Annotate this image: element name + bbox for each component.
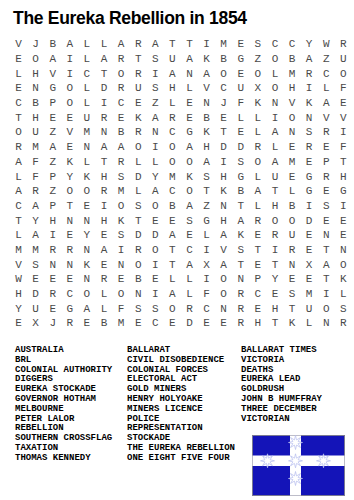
grid-cell-r2c18: A (301, 52, 318, 67)
grid-cell-r10c1: L (10, 169, 27, 184)
grid-cell-r8c15: R (249, 140, 266, 155)
grid-cell-r16c7: N (113, 257, 130, 272)
grid-cell-r12c7: O (113, 199, 130, 214)
eureka-flag (252, 435, 345, 496)
grid-cell-r5c3: P (44, 96, 61, 111)
grid-cell-r8c12: H (198, 140, 215, 155)
grid-cell-r14c11: E (181, 228, 198, 243)
grid-cell-r11c2: R (27, 184, 44, 199)
grid-cell-r1c17: C (284, 37, 301, 52)
grid-cell-r16c13: A (215, 257, 232, 272)
grid-cell-r19c20: S (335, 301, 352, 316)
grid-cell-r19c17: T (284, 301, 301, 316)
grid-cell-r18c6: L (95, 287, 112, 302)
grid-cell-r14c19: N (318, 228, 335, 243)
grid-cell-r12c18: I (301, 199, 318, 214)
grid-cell-r8c3: A (44, 140, 61, 155)
grid-cell-r3c11: N (181, 66, 198, 81)
grid-cell-r5c14: F (232, 96, 249, 111)
grid-cell-r20c11: D (181, 316, 198, 331)
grid-cell-r11c18: G (301, 184, 318, 199)
grid-cell-r16c14: T (232, 257, 249, 272)
grid-cell-r9c16: A (266, 155, 283, 170)
grid-cell-r20c19: N (318, 316, 335, 331)
grid-cell-r17c1: W (10, 272, 27, 287)
grid-cell-r5c7: C (113, 96, 130, 111)
grid-cell-r12c20: I (335, 199, 352, 214)
grid-cell-r18c11: L (181, 287, 198, 302)
grid-cell-r9c20: T (335, 155, 352, 170)
grid-cell-r7c1: O (10, 125, 27, 140)
grid-cell-r15c11: C (181, 243, 198, 258)
grid-cell-r4c10: H (164, 81, 181, 96)
grid-cell-r20c10: E (164, 316, 181, 331)
grid-cell-r16c2: S (27, 257, 44, 272)
grid-cell-r4c13: C (215, 81, 232, 96)
word-list-column-3: BALLARAT TIMESVICTORIADEATHSEUREKA LEADG… (241, 346, 322, 424)
grid-cell-r5c8: E (130, 96, 147, 111)
grid-cell-r17c5: N (78, 272, 95, 287)
grid-cell-r13c4: N (61, 213, 78, 228)
grid-cell-r11c20: G (335, 184, 352, 199)
grid-cell-r11c13: K (215, 184, 232, 199)
grid-cell-r6c8: K (130, 110, 147, 125)
grid-cell-r10c17: E (284, 169, 301, 184)
grid-cell-r3c14: E (232, 66, 249, 81)
grid-cell-r14c16: R (266, 228, 283, 243)
grid-cell-r8c4: E (61, 140, 78, 155)
grid-cell-r10c2: F (27, 169, 44, 184)
grid-cell-r8c6: A (95, 140, 112, 155)
grid-cell-r19c18: U (301, 301, 318, 316)
grid-cell-r17c3: E (44, 272, 61, 287)
grid-cell-r4c11: L (181, 81, 198, 96)
grid-cell-r1c10: T (164, 37, 181, 52)
grid-cell-r17c2: E (27, 272, 44, 287)
grid-cell-r6c19: V (318, 110, 335, 125)
grid-cell-r7c2: U (27, 125, 44, 140)
grid-cell-r7c7: B (113, 125, 130, 140)
grid-cell-r3c13: O (215, 66, 232, 81)
grid-cell-r2c8: T (130, 52, 147, 67)
grid-cell-r1c18: Y (301, 37, 318, 52)
grid-cell-r6c6: R (95, 110, 112, 125)
grid-cell-r11c1: A (10, 184, 27, 199)
grid-cell-r16c17: N (284, 257, 301, 272)
grid-cell-r14c6: E (95, 228, 112, 243)
grid-cell-r13c3: H (44, 213, 61, 228)
grid-cell-r4c15: X (249, 81, 266, 96)
grid-cell-r3c10: A (164, 66, 181, 81)
grid-cell-r1c8: R (130, 37, 147, 52)
grid-cell-r9c6: T (95, 155, 112, 170)
grid-cell-r12c10: B (164, 199, 181, 214)
grid-cell-r11c14: B (232, 184, 249, 199)
wordsearch-grid: VJBALLARATTIMESCCYWREOAILARTSUAKBGZOBAZU… (10, 37, 352, 331)
grid-cell-r2c6: A (95, 52, 112, 67)
grid-cell-r11c6: R (95, 184, 112, 199)
grid-cell-r17c11: L (181, 272, 198, 287)
grid-cell-r20c4: R (61, 316, 78, 331)
grid-cell-r1c20: R (335, 37, 352, 52)
page-title: The Eureka Rebellion in 1854 (13, 8, 247, 29)
grid-cell-r10c20: H (335, 169, 352, 184)
grid-cell-r2c7: R (113, 52, 130, 67)
grid-cell-r7c14: E (232, 125, 249, 140)
grid-cell-r16c12: X (198, 257, 215, 272)
grid-cell-r20c18: L (301, 316, 318, 331)
grid-cell-r11c10: C (164, 184, 181, 199)
grid-cell-r15c6: A (95, 243, 112, 258)
grid-cell-r3c1: L (10, 66, 27, 81)
grid-cell-r19c12: C (198, 301, 215, 316)
grid-cell-r12c4: T (61, 199, 78, 214)
grid-cell-r19c4: G (61, 301, 78, 316)
grid-cell-r9c8: L (130, 155, 147, 170)
grid-cell-r17c18: E (301, 272, 318, 287)
grid-cell-r19c13: N (215, 301, 232, 316)
grid-cell-r2c13: B (215, 52, 232, 67)
grid-cell-r9c5: L (78, 155, 95, 170)
grid-cell-r20c7: M (113, 316, 130, 331)
grid-cell-r12c12: Z (198, 199, 215, 214)
grid-cell-r5c19: A (318, 96, 335, 111)
grid-cell-r11c19: E (318, 184, 335, 199)
grid-cell-r11c11: O (181, 184, 198, 199)
grid-cell-r4c5: L (78, 81, 95, 96)
grid-cell-r20c16: T (266, 316, 283, 331)
grid-cell-r10c11: K (181, 169, 198, 184)
grid-cell-r3c15: O (249, 66, 266, 81)
grid-cell-r5c10: L (164, 96, 181, 111)
grid-cell-r12c16: H (266, 199, 283, 214)
grid-cell-r18c12: F (198, 287, 215, 302)
grid-cell-r12c2: A (27, 199, 44, 214)
grid-cell-r6c17: O (284, 110, 301, 125)
grid-cell-r10c9: Y (147, 169, 164, 184)
grid-cell-r15c7: I (113, 243, 130, 258)
grid-cell-r20c3: J (44, 316, 61, 331)
grid-cell-r3c17: M (284, 66, 301, 81)
grid-cell-r8c19: E (318, 140, 335, 155)
grid-cell-r6c1: T (10, 110, 27, 125)
grid-cell-r17c4: E (61, 272, 78, 287)
grid-cell-r13c9: E (147, 213, 164, 228)
grid-cell-r7c11: G (181, 125, 198, 140)
grid-cell-r16c16: T (266, 257, 283, 272)
grid-cell-r19c1: Y (10, 301, 27, 316)
grid-cell-r16c15: E (249, 257, 266, 272)
grid-cell-r11c17: L (284, 184, 301, 199)
grid-cell-r18c5: O (78, 287, 95, 302)
grid-cell-r5c1: C (10, 96, 27, 111)
grid-cell-r9c12: A (198, 155, 215, 170)
grid-cell-r7c8: R (130, 125, 147, 140)
grid-cell-r3c2: H (27, 66, 44, 81)
grid-cell-r12c6: I (95, 199, 112, 214)
grid-cell-r17c13: O (215, 272, 232, 287)
grid-cell-r14c3: I (44, 228, 61, 243)
grid-cell-r10c14: G (232, 169, 249, 184)
grid-cell-r2c12: K (198, 52, 215, 67)
grid-cell-r14c1: L (10, 228, 27, 243)
grid-cell-r20c1: E (10, 316, 27, 331)
grid-cell-r10c13: H (215, 169, 232, 184)
grid-cell-r10c6: H (95, 169, 112, 184)
grid-cell-r8c13: D (215, 140, 232, 155)
grid-cell-r9c9: L (147, 155, 164, 170)
grid-cell-r6c15: L (249, 110, 266, 125)
grid-cell-r15c20: N (335, 243, 352, 258)
grid-cell-r9c19: P (318, 155, 335, 170)
grid-cell-r3c18: R (301, 66, 318, 81)
word-list-item: VICTORIAN (241, 415, 322, 425)
grid-cell-r5c5: L (78, 96, 95, 111)
grid-cell-r16c10: T (164, 257, 181, 272)
grid-cell-r9c2: F (27, 155, 44, 170)
grid-cell-r12c13: N (215, 199, 232, 214)
grid-cell-r14c14: K (232, 228, 249, 243)
grid-cell-r18c4: C (61, 287, 78, 302)
grid-cell-r15c14: S (232, 243, 249, 258)
grid-cell-r16c20: O (335, 257, 352, 272)
grid-cell-r14c7: S (113, 228, 130, 243)
grid-cell-r18c7: O (113, 287, 130, 302)
grid-cell-r14c8: D (130, 228, 147, 243)
grid-cell-r17c12: I (198, 272, 215, 287)
grid-cell-r3c6: T (95, 66, 112, 81)
grid-cell-r12c15: L (249, 199, 266, 214)
grid-cell-r17c10: L (164, 272, 181, 287)
grid-cell-r14c4: E (61, 228, 78, 243)
grid-cell-r7c17: N (284, 125, 301, 140)
grid-cell-r20c8: E (130, 316, 147, 331)
grid-cell-r2c16: O (266, 52, 283, 67)
grid-cell-r15c8: R (130, 243, 147, 258)
grid-cell-r17c14: N (232, 272, 249, 287)
grid-cell-r15c5: N (78, 243, 95, 258)
grid-cell-r6c12: B (198, 110, 215, 125)
grid-cell-r2c9: S (147, 52, 164, 67)
grid-cell-r3c7: O (113, 66, 130, 81)
grid-cell-r4c12: V (198, 81, 215, 96)
grid-cell-r19c19: O (318, 301, 335, 316)
grid-cell-r10c15: L (249, 169, 266, 184)
grid-cell-r4c18: I (301, 81, 318, 96)
grid-cell-r6c4: E (61, 110, 78, 125)
grid-cell-r16c18: X (301, 257, 318, 272)
grid-cell-r10c8: D (130, 169, 147, 184)
grid-cell-r9c18: E (301, 155, 318, 170)
grid-cell-r1c11: T (181, 37, 198, 52)
grid-cell-r6c5: U (78, 110, 95, 125)
grid-cell-r18c10: A (164, 287, 181, 302)
grid-cell-r5c16: N (266, 96, 283, 111)
grid-cell-r12c11: A (181, 199, 198, 214)
grid-cell-r5c20: E (335, 96, 352, 111)
grid-cell-r3c19: C (318, 66, 335, 81)
grid-cell-r9c10: O (164, 155, 181, 170)
grid-cell-r16c4: N (61, 257, 78, 272)
grid-cell-r6c7: E (113, 110, 130, 125)
grid-cell-r7c16: A (266, 125, 283, 140)
grid-cell-r12c19: S (318, 199, 335, 214)
grid-cell-r5c4: O (61, 96, 78, 111)
grid-cell-r2c1: E (10, 52, 27, 67)
grid-cell-r6c20: V (335, 110, 352, 125)
grid-cell-r20c6: B (95, 316, 112, 331)
grid-cell-r19c2: U (27, 301, 44, 316)
grid-cell-r7c15: L (249, 125, 266, 140)
grid-cell-r7c3: Z (44, 125, 61, 140)
grid-cell-r13c20: E (335, 213, 352, 228)
grid-cell-r4c14: U (232, 81, 249, 96)
grid-cell-r7c13: T (215, 125, 232, 140)
grid-cell-r15c15: T (249, 243, 266, 258)
grid-cell-r20c13: E (215, 316, 232, 331)
grid-cell-r9c7: R (113, 155, 130, 170)
grid-cell-r9c17: M (284, 155, 301, 170)
grid-cell-r3c8: R (130, 66, 147, 81)
grid-cell-r20c15: H (249, 316, 266, 331)
grid-cell-r4c7: R (113, 81, 130, 96)
grid-cell-r8c5: N (78, 140, 95, 155)
grid-cell-r18c17: S (284, 287, 301, 302)
grid-cell-r20c14: R (232, 316, 249, 331)
grid-cell-r15c9: O (147, 243, 164, 258)
grid-cell-r19c7: F (113, 301, 130, 316)
grid-cell-r3c5: C (78, 66, 95, 81)
grid-cell-r4c16: O (266, 81, 283, 96)
grid-cell-r4c4: O (61, 81, 78, 96)
grid-cell-r1c12: I (198, 37, 215, 52)
grid-cell-r4c9: S (147, 81, 164, 96)
grid-cell-r9c3: Z (44, 155, 61, 170)
grid-cell-r12c9: O (147, 199, 164, 214)
grid-cell-r5c2: B (27, 96, 44, 111)
grid-cell-r11c8: L (130, 184, 147, 199)
grid-cell-r16c6: E (95, 257, 112, 272)
grid-cell-r15c13: V (215, 243, 232, 258)
grid-cell-r5c9: Z (147, 96, 164, 111)
grid-cell-r19c16: H (266, 301, 283, 316)
grid-cell-r7c5: M (78, 125, 95, 140)
grid-cell-r1c3: B (44, 37, 61, 52)
grid-cell-r20c5: E (78, 316, 95, 331)
grid-cell-r4c17: H (284, 81, 301, 96)
grid-cell-r2c10: U (164, 52, 181, 67)
grid-cell-r15c4: R (61, 243, 78, 258)
grid-cell-r8c20: F (335, 140, 352, 155)
grid-cell-r9c4: K (61, 155, 78, 170)
grid-cell-r20c2: X (27, 316, 44, 331)
grid-cell-r9c15: O (249, 155, 266, 170)
grid-cell-r20c12: E (198, 316, 215, 331)
grid-cell-r1c19: W (318, 37, 335, 52)
word-list-item: ONE EIGHT FIVE FOUR (127, 454, 235, 464)
grid-cell-r10c7: S (113, 169, 130, 184)
grid-cell-r3c9: I (147, 66, 164, 81)
grid-cell-r7c20: I (335, 125, 352, 140)
grid-cell-r5c6: I (95, 96, 112, 111)
grid-cell-r8c7: A (113, 140, 130, 155)
grid-cell-r19c5: A (78, 301, 95, 316)
grid-cell-r18c3: R (44, 287, 61, 302)
grid-cell-r6c16: I (266, 110, 283, 125)
grid-cell-r6c3: E (44, 110, 61, 125)
grid-cell-r11c3: Z (44, 184, 61, 199)
grid-cell-r12c1: C (10, 199, 27, 214)
grid-cell-r18c19: I (318, 287, 335, 302)
grid-cell-r17c7: E (113, 272, 130, 287)
grid-cell-r2c11: A (181, 52, 198, 67)
grid-cell-r8c17: E (284, 140, 301, 155)
grid-cell-r6c2: H (27, 110, 44, 125)
grid-cell-r11c5: O (78, 184, 95, 199)
grid-cell-r7c19: R (318, 125, 335, 140)
grid-cell-r19c9: S (147, 301, 164, 316)
grid-cell-r2c19: Z (318, 52, 335, 67)
grid-cell-r14c10: A (164, 228, 181, 243)
grid-cell-r10c4: Y (61, 169, 78, 184)
grid-cell-r7c6: N (95, 125, 112, 140)
grid-cell-r11c9: A (147, 184, 164, 199)
word-list-column-2: BALLARATCIVIL DISOBEDIENCECOLONIAL FORCE… (127, 346, 235, 464)
grid-cell-r1c15: S (249, 37, 266, 52)
grid-cell-r8c11: A (181, 140, 198, 155)
grid-cell-r4c6: D (95, 81, 112, 96)
grid-cell-r6c11: E (181, 110, 198, 125)
grid-cell-r5c11: E (181, 96, 198, 111)
grid-cell-r4c3: G (44, 81, 61, 96)
grid-cell-r11c4: O (61, 184, 78, 199)
grid-cell-r9c13: I (215, 155, 232, 170)
grid-cell-r18c18: M (301, 287, 318, 302)
grid-cell-r1c14: E (232, 37, 249, 52)
grid-cell-r16c8: O (130, 257, 147, 272)
grid-cell-r14c2: A (27, 228, 44, 243)
grid-cell-r3c20: O (335, 66, 352, 81)
grid-cell-r12c5: E (78, 199, 95, 214)
grid-cell-r13c11: S (181, 213, 198, 228)
grid-cell-r18c20: L (335, 287, 352, 302)
grid-cell-r14c17: U (284, 228, 301, 243)
grid-cell-r2c14: G (232, 52, 249, 67)
grid-cell-r2c4: I (61, 52, 78, 67)
grid-cell-r1c6: L (95, 37, 112, 52)
grid-cell-r17c17: E (284, 272, 301, 287)
grid-cell-r2c3: A (44, 52, 61, 67)
grid-cell-r20c17: K (284, 316, 301, 331)
grid-cell-r15c2: M (27, 243, 44, 258)
grid-cell-r1c1: V (10, 37, 27, 52)
grid-cell-r7c12: K (198, 125, 215, 140)
grid-cell-r11c15: A (249, 184, 266, 199)
grid-cell-r9c14: S (232, 155, 249, 170)
grid-cell-r1c2: J (27, 37, 44, 52)
grid-cell-r13c2: Y (27, 213, 44, 228)
grid-cell-r15c3: R (44, 243, 61, 258)
grid-cell-r3c4: I (61, 66, 78, 81)
grid-cell-r3c16: L (266, 66, 283, 81)
grid-cell-r1c9: A (147, 37, 164, 52)
grid-cell-r19c10: O (164, 301, 181, 316)
grid-cell-r2c15: Z (249, 52, 266, 67)
grid-cell-r19c14: R (232, 301, 249, 316)
grid-cell-r14c18: E (301, 228, 318, 243)
grid-cell-r5c12: N (198, 96, 215, 111)
grid-cell-r15c1: M (10, 243, 27, 258)
